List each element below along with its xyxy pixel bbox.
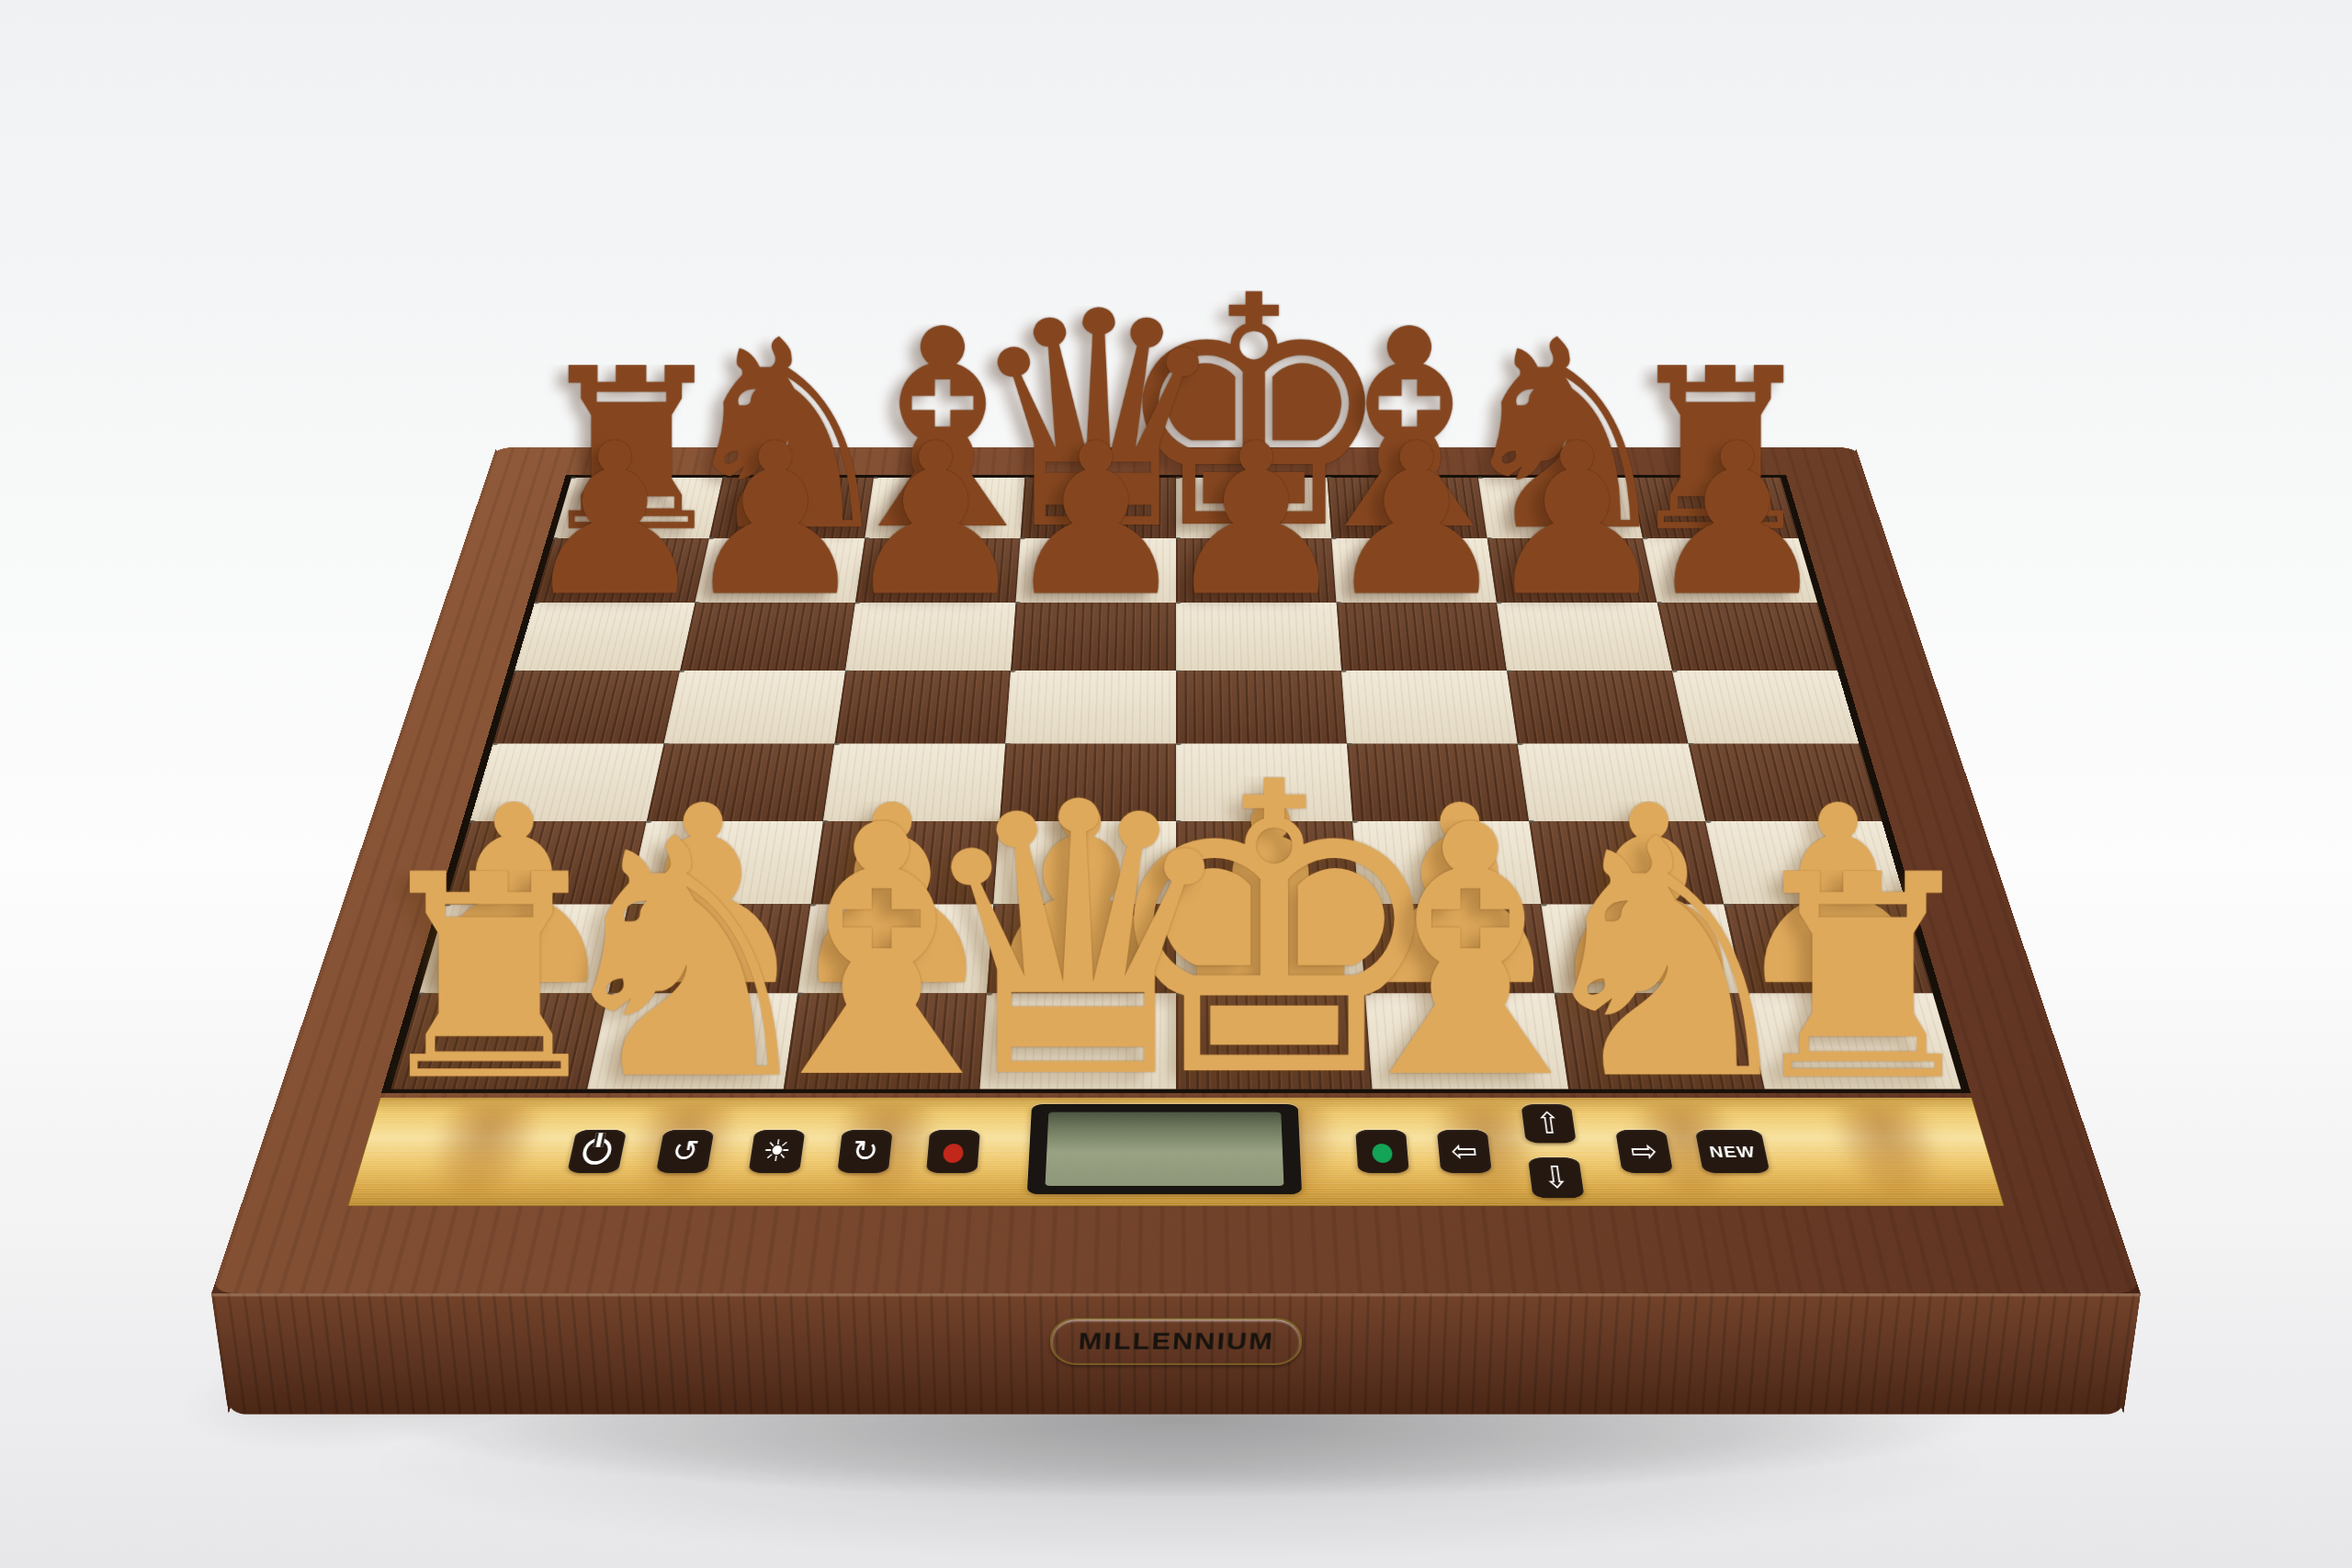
board-grid: ♜♞♝♛♚♝♞♜♟♟♟♟♟♟♟♟♟♟♟♟♟♟♟♟♜♞♝♛♚♝♞♜ [391,478,1962,1089]
power-icon [581,1138,615,1165]
square-a6[interactable] [514,603,695,671]
square-a1[interactable]: ♜ [391,993,609,1089]
square-f7[interactable]: ♟ [1331,538,1497,603]
square-f6[interactable] [1337,603,1507,671]
black-pawn[interactable]: ♟ [1644,439,1831,603]
redo-icon: ↻ [850,1136,879,1167]
square-g1[interactable]: ♞ [1555,993,1765,1089]
square-a5[interactable] [493,671,680,743]
square-d1[interactable]: ♛ [979,993,1176,1089]
black-pawn[interactable]: ♟ [842,439,1029,603]
chessboard: ♜♞♝♛♚♝♞♜♟♟♟♟♟♟♟♟♟♟♟♟♟♟♟♟♜♞♝♛♚♝♞♜ [381,475,1971,1093]
square-h6[interactable] [1657,603,1837,671]
square-h7[interactable]: ♟ [1643,538,1817,603]
black-pawn[interactable]: ♟ [521,439,708,603]
redo-button[interactable]: ↻ [837,1130,893,1173]
brand-logo-text: MILLENNIUM [1078,1328,1275,1356]
arrow-up-button[interactable]: ⇧ [1521,1104,1576,1143]
white-rook[interactable]: ♜ [1736,869,1989,1089]
chess-computer: ♜♞♝♛♚♝♞♜♟♟♟♟♟♟♟♟♟♟♟♟♟♟♟♟♜♞♝♛♚♝♞♜ ↺☀↻●●⇦⇧… [211,447,2141,1293]
light-icon: ☀ [761,1136,793,1167]
power-icon-glyph [581,1138,615,1165]
confirm-green-icon: ● [1370,1139,1395,1164]
white-rook[interactable]: ♜ [363,869,616,1089]
black-pawn[interactable]: ♟ [1323,439,1510,603]
new-label: NEW [1708,1143,1757,1159]
piece-reflection [1832,1105,1947,1198]
square-b5[interactable] [663,671,845,743]
lcd-screen [1046,1112,1284,1187]
arrow-left-button[interactable]: ⇦ [1437,1130,1492,1173]
square-b7[interactable]: ♟ [695,538,865,603]
square-h1[interactable]: ♜ [1744,993,1962,1089]
cabinet-front-face: MILLENNIUM [211,1293,2141,1415]
undo-button[interactable]: ↺ [656,1130,715,1173]
square-b6[interactable] [680,603,855,671]
light-button[interactable]: ☀ [748,1130,805,1173]
lcd-display [1027,1104,1302,1194]
record-red-icon: ● [941,1139,966,1164]
arrow-down-button[interactable]: ⇩ [1528,1157,1585,1198]
control-panel: ↺☀↻●●⇦⇧⇩⇨NEW [347,1098,2004,1206]
confirm-green-button[interactable]: ● [1355,1130,1409,1173]
square-c6[interactable] [845,603,1015,671]
black-pawn[interactable]: ♟ [1483,439,1670,603]
square-d6[interactable] [1011,603,1176,671]
square-d7[interactable]: ♟ [1015,538,1176,603]
power-button[interactable] [567,1130,627,1173]
square-b1[interactable]: ♞ [587,993,797,1089]
black-pawn[interactable]: ♟ [682,439,869,603]
square-g5[interactable] [1507,671,1689,743]
square-e6[interactable] [1176,603,1341,671]
square-g7[interactable]: ♟ [1487,538,1657,603]
square-g6[interactable] [1497,603,1672,671]
record-red-button[interactable]: ● [926,1130,980,1173]
arrow-right-icon: ⇨ [1628,1136,1659,1167]
black-pawn[interactable]: ♟ [1002,439,1190,603]
square-e7[interactable]: ♟ [1176,538,1337,603]
arrow-left-icon: ⇦ [1450,1136,1479,1167]
undo-icon: ↺ [670,1136,702,1167]
arrow-down-icon: ⇩ [1541,1162,1572,1192]
square-h5[interactable] [1672,671,1859,743]
square-c7[interactable]: ♟ [855,538,1021,603]
arrow-up-icon: ⇧ [1533,1109,1564,1138]
piece-reflection [424,1105,539,1198]
brand-nameplate: MILLENNIUM [1049,1318,1302,1365]
arrow-right-button[interactable]: ⇨ [1615,1130,1673,1173]
black-pawn[interactable]: ♟ [1162,439,1350,603]
walnut-frame: ♜♞♝♛♚♝♞♜♟♟♟♟♟♟♟♟♟♟♟♟♟♟♟♟♜♞♝♛♚♝♞♜ ↺☀↻●●⇦⇧… [211,447,2141,1293]
new-button[interactable]: NEW [1695,1130,1770,1173]
white-queen[interactable]: ♛ [910,796,1246,1089]
product-scene: ♜♞♝♛♚♝♞♜♟♟♟♟♟♟♟♟♟♟♟♟♟♟♟♟♜♞♝♛♚♝♞♜ ↺☀↻●●⇦⇧… [0,0,2352,1568]
